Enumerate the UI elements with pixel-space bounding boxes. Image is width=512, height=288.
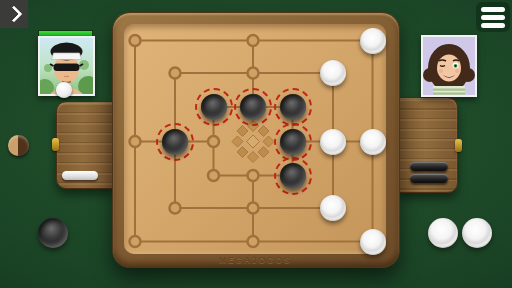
white-piece-g7[interactable] bbox=[360, 28, 386, 54]
left-player-color-indicator bbox=[56, 82, 72, 98]
back-button[interactable] bbox=[0, 0, 28, 28]
black-piece-d5[interactable] bbox=[240, 94, 266, 120]
black-piece-e5[interactable] bbox=[280, 94, 306, 120]
board-point-b2[interactable] bbox=[170, 203, 181, 214]
board-point-d7[interactable] bbox=[248, 35, 259, 46]
board-point-d1[interactable] bbox=[248, 236, 259, 247]
board-point-d2[interactable] bbox=[248, 203, 259, 214]
black-piece-e3[interactable] bbox=[280, 163, 306, 189]
chevron-right-icon bbox=[6, 6, 23, 23]
hamburger-menu-icon bbox=[481, 7, 505, 12]
board-point-a7[interactable] bbox=[130, 35, 141, 46]
white-piece-f2[interactable] bbox=[320, 195, 346, 221]
menu-button[interactable] bbox=[476, 2, 510, 32]
board-point-d6[interactable] bbox=[248, 68, 259, 79]
board-point-a1[interactable] bbox=[130, 236, 141, 247]
game-stage: MEGAJOGOS bbox=[0, 0, 512, 288]
center-ornament-icon bbox=[232, 121, 274, 163]
board-point-c3[interactable] bbox=[208, 170, 219, 181]
white-piece-f6[interactable] bbox=[320, 60, 346, 86]
black-piece-e4[interactable] bbox=[280, 129, 306, 155]
watermark-text: MEGAJOGOS bbox=[112, 255, 398, 265]
white-piece-f4[interactable] bbox=[320, 129, 346, 155]
right-player-avatar[interactable] bbox=[421, 35, 477, 97]
captured-white-piece bbox=[462, 218, 492, 248]
white-piece-g1[interactable] bbox=[360, 229, 386, 255]
black-piece-c5[interactable] bbox=[201, 94, 227, 120]
captured-black-piece bbox=[38, 218, 68, 248]
board-point-a4[interactable] bbox=[130, 136, 141, 147]
white-piece-g4[interactable] bbox=[360, 129, 386, 155]
board-point-c4[interactable] bbox=[208, 136, 219, 147]
board-point-d3[interactable] bbox=[248, 170, 259, 181]
board-point-b6[interactable] bbox=[170, 68, 181, 79]
captured-white-piece bbox=[428, 218, 458, 248]
black-piece-b4[interactable] bbox=[162, 129, 188, 155]
